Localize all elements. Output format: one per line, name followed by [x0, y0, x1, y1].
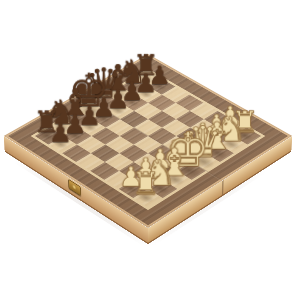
scene: ♜♞♝♛♚♝♞♜♟♟♟♟♟♟♟♟♟♟♟♟♟♟♟♟♜♞♝♛♚♝♞♜ — [0, 0, 300, 300]
product-photo: ♜♞♝♛♚♝♞♜♟♟♟♟♟♟♟♟♟♟♟♟♟♟♟♟♜♞♝♛♚♝♞♜ — [0, 0, 300, 300]
fold-seam-side — [222, 180, 224, 195]
chess-board: ♜♞♝♛♚♝♞♜♟♟♟♟♟♟♟♟♟♟♟♟♟♟♟♟♜♞♝♛♚♝♞♜ — [4, 54, 292, 228]
piece-white-rook: ♜ — [123, 168, 169, 199]
piece-black-pawn: ♟ — [38, 120, 82, 146]
